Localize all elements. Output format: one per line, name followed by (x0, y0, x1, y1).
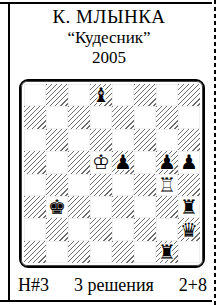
white-rook-g4: ♖ (158, 175, 176, 195)
square-f8 (134, 84, 156, 106)
square-d4 (90, 174, 112, 196)
square-e8 (112, 84, 134, 106)
square-b3: ♚ (46, 196, 68, 218)
square-c2 (68, 218, 90, 240)
square-b1 (46, 241, 68, 263)
square-a2 (24, 218, 46, 240)
black-king-b3: ♚ (48, 197, 66, 217)
black-pawn-h5: ♟ (180, 152, 198, 172)
square-h1 (178, 241, 200, 263)
square-b5 (46, 151, 68, 173)
square-d2 (90, 218, 112, 240)
square-h3: ♜ (178, 196, 200, 218)
square-c7 (68, 106, 90, 128)
square-c8 (68, 84, 90, 106)
square-a5 (24, 151, 46, 173)
chess-board-grid: ♝♔♟♟♟♖♚♜♛♜ (24, 84, 200, 263)
square-g2 (156, 218, 178, 240)
square-d3 (90, 196, 112, 218)
square-h5: ♟ (178, 151, 200, 173)
square-c1 (68, 241, 90, 263)
source-name: “Кудесник” (10, 28, 208, 48)
square-e6 (112, 129, 134, 151)
material-count-label: 2+8 (179, 274, 207, 296)
square-c6 (68, 129, 90, 151)
problem-clipping: К. МЛЫНКА “Кудесник” 2005 ♝♔♟♟♟♖♚♜♛♜ H#3… (0, 0, 222, 305)
black-queen-h2: ♛ (180, 220, 198, 240)
problem-caption: H#3 3 решения 2+8 (18, 274, 207, 296)
frame-top-line (0, 2, 212, 4)
problem-header: К. МЛЫНКА “Кудесник” 2005 (10, 5, 208, 67)
square-a6 (24, 129, 46, 151)
chess-board-inner-border: ♝♔♟♟♟♖♚♜♛♜ (21, 81, 203, 266)
frame-right-dashed-line (214, 0, 216, 305)
square-g4: ♖ (156, 174, 178, 196)
square-c5 (68, 151, 90, 173)
square-g6 (156, 129, 178, 151)
square-b4 (46, 174, 68, 196)
black-rook-h3: ♜ (180, 197, 198, 217)
square-g7 (156, 106, 178, 128)
square-a3 (24, 196, 46, 218)
square-g8 (156, 84, 178, 106)
square-a1 (24, 241, 46, 263)
square-b8 (46, 84, 68, 106)
black-bishop-d8: ♝ (92, 85, 110, 105)
square-c3 (68, 196, 90, 218)
square-f3 (134, 196, 156, 218)
square-e1 (112, 241, 134, 263)
square-d8: ♝ (90, 84, 112, 106)
square-b2 (46, 218, 68, 240)
square-d6 (90, 129, 112, 151)
square-e7 (112, 106, 134, 128)
square-a7 (24, 106, 46, 128)
square-f1 (134, 241, 156, 263)
white-king-d5: ♔ (92, 152, 110, 172)
solutions-label: 3 решения (74, 274, 154, 296)
square-f7 (134, 106, 156, 128)
square-e3 (112, 196, 134, 218)
square-h8 (178, 84, 200, 106)
black-rook-g1: ♜ (158, 242, 176, 262)
square-b6 (46, 129, 68, 151)
square-h2: ♛ (178, 218, 200, 240)
square-g5: ♟ (156, 151, 178, 173)
black-pawn-g5: ♟ (158, 152, 176, 172)
frame-bottom-line (0, 300, 212, 302)
square-f2 (134, 218, 156, 240)
square-d5: ♔ (90, 151, 112, 173)
square-h6 (178, 129, 200, 151)
publication-year: 2005 (10, 48, 208, 67)
square-c4 (68, 174, 90, 196)
square-a4 (24, 174, 46, 196)
square-e4 (112, 174, 134, 196)
square-g3 (156, 196, 178, 218)
square-e2 (112, 218, 134, 240)
square-h4 (178, 174, 200, 196)
square-a8 (24, 84, 46, 106)
stipulation-label: H#3 (18, 274, 49, 296)
square-h7 (178, 106, 200, 128)
square-e5: ♟ (112, 151, 134, 173)
black-pawn-e5: ♟ (114, 152, 132, 172)
square-f5 (134, 151, 156, 173)
chess-board-border: ♝♔♟♟♟♖♚♜♛♜ (19, 79, 205, 268)
square-f6 (134, 129, 156, 151)
square-d1 (90, 241, 112, 263)
square-d7 (90, 106, 112, 128)
square-f4 (134, 174, 156, 196)
author-name: К. МЛЫНКА (10, 5, 208, 28)
square-b7 (46, 106, 68, 128)
square-g1: ♜ (156, 241, 178, 263)
